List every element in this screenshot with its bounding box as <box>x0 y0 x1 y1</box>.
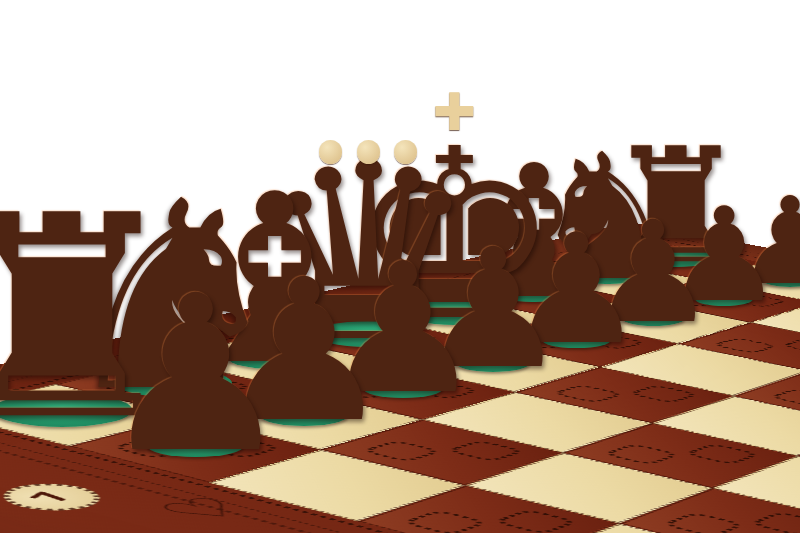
board-grid <box>0 241 800 533</box>
king-cross-finial: ✚ <box>433 87 476 139</box>
chess-set-photo: 7 §♡§ ♜♞♝♛♚✚♝♞♜♟♟♟♟♟♟♟♟ <box>0 0 800 533</box>
border-scrollwork-glyph: ♡ <box>145 493 262 526</box>
queen-coronet-finials <box>319 140 418 163</box>
chess-board: 7 §♡§ <box>0 222 800 533</box>
ornament-burn-glyph: 7 <box>21 489 83 504</box>
border-circle-ornament: 7 <box>0 479 115 515</box>
